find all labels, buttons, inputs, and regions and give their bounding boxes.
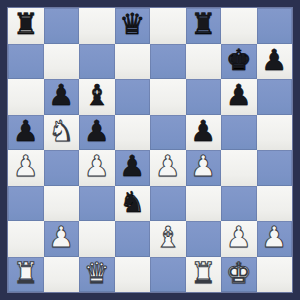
square-h5[interactable] xyxy=(257,115,293,151)
white-pawn[interactable]: ♟ xyxy=(261,223,287,252)
white-queen[interactable]: ♛ xyxy=(84,259,110,288)
square-e1[interactable] xyxy=(150,257,186,293)
square-e4[interactable]: ♟ xyxy=(150,150,186,186)
white-pawn[interactable]: ♟ xyxy=(13,152,39,181)
black-bishop[interactable]: ♝ xyxy=(84,81,110,110)
square-d4[interactable]: ♟ xyxy=(115,150,151,186)
square-a6[interactable] xyxy=(8,79,44,115)
chess-board: ♜♛♜♚♟♟♝♟♟♞♟♟♟♟♟♟♟♞♟♝♟♟♜♛♜♚ xyxy=(8,8,292,292)
square-a7[interactable] xyxy=(8,44,44,80)
square-f3[interactable] xyxy=(186,186,222,222)
white-pawn[interactable]: ♟ xyxy=(84,152,110,181)
white-pawn[interactable]: ♟ xyxy=(226,223,252,252)
square-e2[interactable]: ♝ xyxy=(150,221,186,257)
square-f7[interactable] xyxy=(186,44,222,80)
square-g5[interactable] xyxy=(221,115,257,151)
square-g4[interactable] xyxy=(221,150,257,186)
square-b2[interactable]: ♟ xyxy=(44,221,80,257)
white-pawn[interactable]: ♟ xyxy=(190,152,216,181)
square-b8[interactable] xyxy=(44,8,80,44)
black-knight[interactable]: ♞ xyxy=(119,188,145,217)
square-d7[interactable] xyxy=(115,44,151,80)
square-f2[interactable] xyxy=(186,221,222,257)
white-bishop[interactable]: ♝ xyxy=(155,223,181,252)
square-a8[interactable]: ♜ xyxy=(8,8,44,44)
square-b6[interactable]: ♟ xyxy=(44,79,80,115)
square-c3[interactable] xyxy=(79,186,115,222)
square-a2[interactable] xyxy=(8,221,44,257)
square-c4[interactable]: ♟ xyxy=(79,150,115,186)
black-pawn[interactable]: ♟ xyxy=(226,81,252,110)
white-rook[interactable]: ♜ xyxy=(190,259,216,288)
square-b3[interactable] xyxy=(44,186,80,222)
square-h8[interactable] xyxy=(257,8,293,44)
square-g6[interactable]: ♟ xyxy=(221,79,257,115)
black-pawn[interactable]: ♟ xyxy=(261,46,287,75)
square-a3[interactable] xyxy=(8,186,44,222)
square-c1[interactable]: ♛ xyxy=(79,257,115,293)
square-f6[interactable] xyxy=(186,79,222,115)
square-b5[interactable]: ♞ xyxy=(44,115,80,151)
square-c2[interactable] xyxy=(79,221,115,257)
white-knight[interactable]: ♞ xyxy=(48,117,74,146)
black-queen[interactable]: ♛ xyxy=(119,10,145,39)
black-pawn[interactable]: ♟ xyxy=(84,117,110,146)
white-pawn[interactable]: ♟ xyxy=(48,223,74,252)
square-g7[interactable]: ♚ xyxy=(221,44,257,80)
square-e8[interactable] xyxy=(150,8,186,44)
square-f5[interactable]: ♟ xyxy=(186,115,222,151)
square-d3[interactable]: ♞ xyxy=(115,186,151,222)
black-pawn[interactable]: ♟ xyxy=(119,152,145,181)
black-rook[interactable]: ♜ xyxy=(13,10,39,39)
square-h6[interactable] xyxy=(257,79,293,115)
square-d2[interactable] xyxy=(115,221,151,257)
square-g8[interactable] xyxy=(221,8,257,44)
square-d8[interactable]: ♛ xyxy=(115,8,151,44)
square-e3[interactable] xyxy=(150,186,186,222)
square-b1[interactable] xyxy=(44,257,80,293)
square-e5[interactable] xyxy=(150,115,186,151)
square-f4[interactable]: ♟ xyxy=(186,150,222,186)
board-frame: ♜♛♜♚♟♟♝♟♟♞♟♟♟♟♟♟♟♞♟♝♟♟♜♛♜♚ xyxy=(0,0,300,300)
square-c7[interactable] xyxy=(79,44,115,80)
square-g3[interactable] xyxy=(221,186,257,222)
black-king[interactable]: ♚ xyxy=(226,46,252,75)
white-pawn[interactable]: ♟ xyxy=(155,152,181,181)
square-b4[interactable] xyxy=(44,150,80,186)
square-d1[interactable] xyxy=(115,257,151,293)
square-h1[interactable] xyxy=(257,257,293,293)
square-c6[interactable]: ♝ xyxy=(79,79,115,115)
square-a1[interactable]: ♜ xyxy=(8,257,44,293)
square-h2[interactable]: ♟ xyxy=(257,221,293,257)
square-h7[interactable]: ♟ xyxy=(257,44,293,80)
square-a4[interactable]: ♟ xyxy=(8,150,44,186)
black-rook[interactable]: ♜ xyxy=(190,10,216,39)
square-e6[interactable] xyxy=(150,79,186,115)
square-f1[interactable]: ♜ xyxy=(186,257,222,293)
square-c8[interactable] xyxy=(79,8,115,44)
square-a5[interactable]: ♟ xyxy=(8,115,44,151)
square-g1[interactable]: ♚ xyxy=(221,257,257,293)
square-f8[interactable]: ♜ xyxy=(186,8,222,44)
black-pawn[interactable]: ♟ xyxy=(13,117,39,146)
square-h3[interactable] xyxy=(257,186,293,222)
black-pawn[interactable]: ♟ xyxy=(48,81,74,110)
square-b7[interactable] xyxy=(44,44,80,80)
square-d5[interactable] xyxy=(115,115,151,151)
white-rook[interactable]: ♜ xyxy=(13,259,39,288)
square-g2[interactable]: ♟ xyxy=(221,221,257,257)
square-c5[interactable]: ♟ xyxy=(79,115,115,151)
white-king[interactable]: ♚ xyxy=(226,259,252,288)
square-h4[interactable] xyxy=(257,150,293,186)
black-pawn[interactable]: ♟ xyxy=(190,117,216,146)
square-e7[interactable] xyxy=(150,44,186,80)
square-d6[interactable] xyxy=(115,79,151,115)
